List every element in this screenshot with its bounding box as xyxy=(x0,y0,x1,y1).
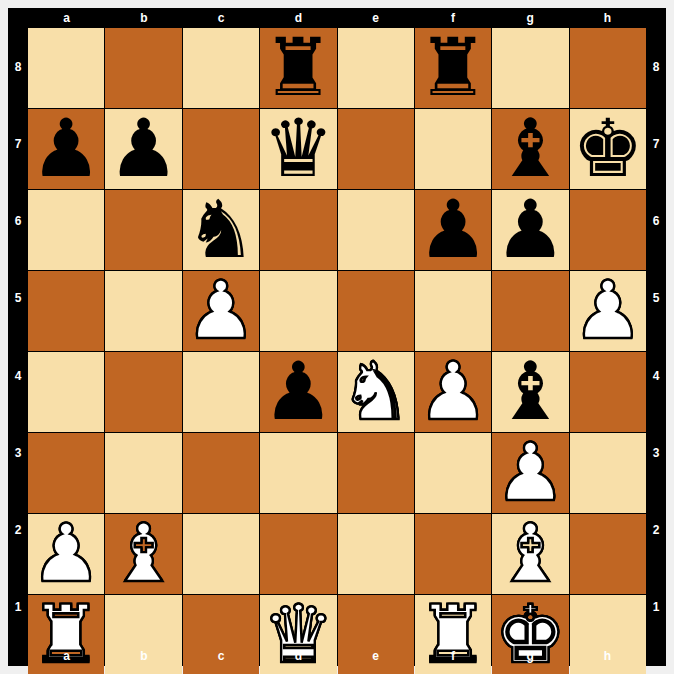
file-label-g: g xyxy=(492,8,569,28)
square-h6[interactable] xyxy=(570,190,646,270)
file-label-h: h xyxy=(569,646,646,666)
file-label-e: e xyxy=(337,8,414,28)
square-g8[interactable] xyxy=(492,28,568,108)
rank-label-6: 6 xyxy=(646,183,666,260)
square-f6[interactable]: ♟ xyxy=(415,190,491,270)
white-pawn-f4: ♟ xyxy=(417,352,489,432)
square-c4[interactable] xyxy=(183,352,259,432)
square-h5[interactable]: ♟ xyxy=(570,271,646,351)
file-label-h: h xyxy=(569,8,646,28)
file-label-f: f xyxy=(414,8,491,28)
file-label-c: c xyxy=(183,646,260,666)
black-queen-d7: ♛ xyxy=(262,109,334,189)
rank-label-2: 2 xyxy=(646,492,666,569)
square-g2[interactable]: ♝ xyxy=(492,514,568,594)
white-pawn-a2: ♟ xyxy=(30,514,102,594)
rank-label-4: 4 xyxy=(8,337,28,414)
file-label-c: c xyxy=(183,8,260,28)
square-b8[interactable] xyxy=(105,28,181,108)
square-e3[interactable] xyxy=(338,433,414,513)
square-c2[interactable] xyxy=(183,514,259,594)
white-pawn-h5: ♟ xyxy=(572,271,644,351)
rank-label-4: 4 xyxy=(646,337,666,414)
square-g4[interactable]: ♝ xyxy=(492,352,568,432)
square-e6[interactable] xyxy=(338,190,414,270)
square-b4[interactable] xyxy=(105,352,181,432)
square-c7[interactable] xyxy=(183,109,259,189)
file-label-f: f xyxy=(414,646,491,666)
white-pawn-g3: ♟ xyxy=(495,433,567,513)
file-label-b: b xyxy=(105,646,182,666)
square-b3[interactable] xyxy=(105,433,181,513)
file-label-a: a xyxy=(28,8,105,28)
white-bishop-b2: ♝ xyxy=(108,514,180,594)
white-bishop-g2: ♝ xyxy=(495,514,567,594)
square-a6[interactable] xyxy=(28,190,104,270)
square-c3[interactable] xyxy=(183,433,259,513)
black-pawn-g6: ♟ xyxy=(495,190,567,270)
chess-diagram-page: abcdefgh 87654321 ♜♜♟♟♛♝♚♞♟♟♟♟♟♞♟♝♟♟♝♝♜♛… xyxy=(0,0,674,674)
square-g6[interactable]: ♟ xyxy=(492,190,568,270)
square-e2[interactable] xyxy=(338,514,414,594)
square-b2[interactable]: ♝ xyxy=(105,514,181,594)
black-knight-c6: ♞ xyxy=(185,190,257,270)
square-d4[interactable]: ♟ xyxy=(260,352,336,432)
square-d5[interactable] xyxy=(260,271,336,351)
black-bishop-g7: ♝ xyxy=(495,109,567,189)
square-f5[interactable] xyxy=(415,271,491,351)
board: ♜♜♟♟♛♝♚♞♟♟♟♟♟♞♟♝♟♟♝♝♜♛♜♚ xyxy=(28,28,646,646)
square-e8[interactable] xyxy=(338,28,414,108)
file-label-b: b xyxy=(105,8,182,28)
black-bishop-g4: ♝ xyxy=(495,352,567,432)
square-b7[interactable]: ♟ xyxy=(105,109,181,189)
rank-label-8: 8 xyxy=(8,28,28,105)
rank-label-5: 5 xyxy=(646,260,666,337)
square-c6[interactable]: ♞ xyxy=(183,190,259,270)
white-pawn-c5: ♟ xyxy=(185,271,257,351)
square-a7[interactable]: ♟ xyxy=(28,109,104,189)
black-pawn-b7: ♟ xyxy=(108,109,180,189)
rank-label-2: 2 xyxy=(8,492,28,569)
square-h8[interactable] xyxy=(570,28,646,108)
square-f3[interactable] xyxy=(415,433,491,513)
square-h2[interactable] xyxy=(570,514,646,594)
square-g7[interactable]: ♝ xyxy=(492,109,568,189)
rank-label-3: 3 xyxy=(646,414,666,491)
board-frame: abcdefgh 87654321 ♜♜♟♟♛♝♚♞♟♟♟♟♟♞♟♝♟♟♝♝♜♛… xyxy=(8,8,666,666)
square-a8[interactable] xyxy=(28,28,104,108)
file-label-d: d xyxy=(260,8,337,28)
square-g5[interactable] xyxy=(492,271,568,351)
square-h4[interactable] xyxy=(570,352,646,432)
rank-label-6: 6 xyxy=(8,183,28,260)
black-pawn-d4: ♟ xyxy=(262,352,334,432)
rank-label-7: 7 xyxy=(646,105,666,182)
square-c8[interactable] xyxy=(183,28,259,108)
square-a5[interactable] xyxy=(28,271,104,351)
file-label-g: g xyxy=(492,646,569,666)
square-b5[interactable] xyxy=(105,271,181,351)
rank-labels-right: 87654321 xyxy=(646,28,666,646)
square-e7[interactable] xyxy=(338,109,414,189)
square-g3[interactable]: ♟ xyxy=(492,433,568,513)
square-d7[interactable]: ♛ xyxy=(260,109,336,189)
square-d6[interactable] xyxy=(260,190,336,270)
square-f8[interactable]: ♜ xyxy=(415,28,491,108)
black-pawn-f6: ♟ xyxy=(417,190,489,270)
square-f2[interactable] xyxy=(415,514,491,594)
file-label-e: e xyxy=(337,646,414,666)
rank-label-1: 1 xyxy=(646,569,666,646)
square-d3[interactable] xyxy=(260,433,336,513)
black-rook-d8: ♜ xyxy=(262,28,334,108)
square-h7[interactable]: ♚ xyxy=(570,109,646,189)
square-f7[interactable] xyxy=(415,109,491,189)
square-b6[interactable] xyxy=(105,190,181,270)
square-c5[interactable]: ♟ xyxy=(183,271,259,351)
rank-label-7: 7 xyxy=(8,105,28,182)
rank-label-5: 5 xyxy=(8,260,28,337)
white-knight-e4: ♞ xyxy=(340,352,412,432)
square-a3[interactable] xyxy=(28,433,104,513)
file-labels-bottom: abcdefgh xyxy=(28,646,646,666)
square-e4[interactable]: ♞ xyxy=(338,352,414,432)
black-king-h7: ♚ xyxy=(572,109,644,189)
rank-label-8: 8 xyxy=(646,28,666,105)
file-label-a: a xyxy=(28,646,105,666)
square-f4[interactable]: ♟ xyxy=(415,352,491,432)
file-labels-top: abcdefgh xyxy=(28,8,646,28)
black-rook-f8: ♜ xyxy=(417,28,489,108)
square-a2[interactable]: ♟ xyxy=(28,514,104,594)
rank-label-3: 3 xyxy=(8,414,28,491)
black-pawn-a7: ♟ xyxy=(30,109,102,189)
rank-label-1: 1 xyxy=(8,569,28,646)
square-a4[interactable] xyxy=(28,352,104,432)
square-d8[interactable]: ♜ xyxy=(260,28,336,108)
file-label-d: d xyxy=(260,646,337,666)
square-e5[interactable] xyxy=(338,271,414,351)
square-h3[interactable] xyxy=(570,433,646,513)
square-d2[interactable] xyxy=(260,514,336,594)
rank-labels-left: 87654321 xyxy=(8,28,28,646)
